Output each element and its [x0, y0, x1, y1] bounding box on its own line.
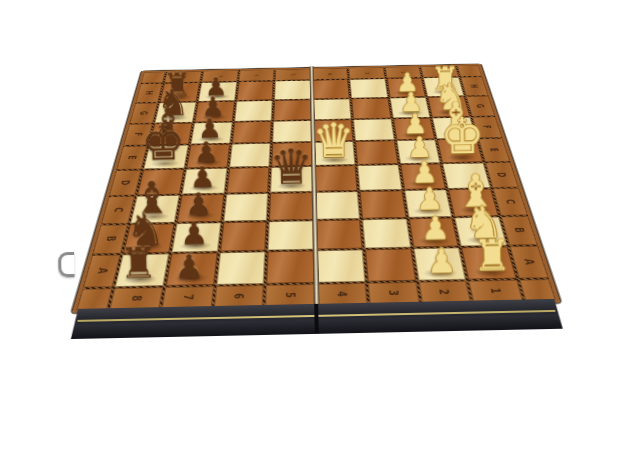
- square-a2: ♟: [413, 248, 466, 281]
- file-label-B: B: [512, 228, 526, 234]
- file-label-B: B: [104, 236, 118, 242]
- rank-label-1: 1: [488, 288, 503, 294]
- file-label-D: D: [119, 180, 132, 185]
- square-c3: [359, 191, 405, 219]
- file-label-A: A: [95, 268, 109, 274]
- square-f6: [232, 121, 272, 143]
- square-e8: ♚: [143, 145, 188, 169]
- rank-label-4: 4: [326, 73, 333, 75]
- board-border-cell: 8: [109, 287, 162, 309]
- square-e1: ♚: [437, 139, 483, 163]
- board-border-cell: 4: [312, 68, 347, 79]
- square-g6: [234, 100, 273, 120]
- board-border-cell: 2: [418, 281, 471, 303]
- rank-label-5: 5: [284, 292, 297, 298]
- square-h4: [312, 80, 349, 99]
- board-border-cell: 3: [348, 67, 384, 78]
- black-pawn-b7: ♟: [180, 219, 209, 251]
- white-pawn-a2: ♟: [426, 245, 456, 279]
- board-border-cell: [457, 65, 482, 76]
- board-border-cell: 5: [275, 69, 310, 80]
- file-label-E: E: [126, 156, 138, 160]
- white-queen-e4: ♛: [313, 116, 356, 164]
- file-label-H: H: [469, 84, 480, 88]
- chess-board: 87654321H♜♟♟♜HG♞♟♟♞GF♝♟♟♝FE♚♟♛♟♚ED♟♛♟DC♝…: [72, 64, 560, 313]
- board-border-cell: 7: [161, 286, 213, 308]
- square-a8: ♜: [115, 254, 169, 287]
- square-g3: [351, 98, 391, 118]
- rank-label-7: 7: [181, 294, 195, 300]
- file-label-C: C: [112, 207, 125, 212]
- square-b6: [220, 221, 267, 251]
- board-border-cell: 6: [213, 285, 264, 307]
- black-king-e8: ♚: [141, 118, 186, 168]
- file-label-D: D: [495, 172, 508, 177]
- rank-label-3: 3: [386, 290, 400, 296]
- board-border-cell: [77, 288, 113, 310]
- square-h3: [349, 79, 387, 98]
- board-border-cell: 6: [238, 70, 274, 81]
- board-border-cell: 1: [469, 280, 523, 302]
- front-edge-split: [314, 304, 319, 334]
- file-label-E: E: [488, 148, 500, 152]
- square-b4: [316, 219, 363, 249]
- rank-label-5: 5: [290, 73, 297, 75]
- white-rook-a1: ♜: [472, 234, 511, 277]
- file-label-A: A: [521, 259, 536, 265]
- rank-label-6: 6: [232, 293, 246, 299]
- square-g5: [274, 100, 312, 120]
- rank-label-3: 3: [363, 72, 370, 74]
- file-label-C: C: [503, 199, 516, 204]
- board-border-cell: 4: [317, 283, 367, 305]
- square-c4: [315, 191, 360, 219]
- rank-label-2: 2: [437, 289, 451, 295]
- rank-label-6: 6: [253, 74, 260, 76]
- square-h5: [275, 80, 311, 99]
- black-queen-d5: ♛: [269, 141, 314, 191]
- square-d3: [357, 165, 402, 190]
- hinge-clasp-icon: [58, 252, 75, 277]
- black-pawn-a7: ♟: [174, 250, 204, 284]
- square-a5: [266, 251, 314, 284]
- square-c5: [269, 192, 313, 220]
- square-a7: ♟: [165, 253, 217, 286]
- square-a1: ♜: [461, 247, 516, 279]
- square-a3: [365, 249, 416, 282]
- square-b3: [362, 218, 411, 248]
- rank-label-8: 8: [129, 295, 143, 301]
- square-h6: [236, 81, 273, 100]
- board-border-cell: 5: [265, 284, 315, 306]
- chess-set-photo: 87654321H♜♟♟♜HG♞♟♟♞GF♝♟♟♝FE♚♟♛♟♚ED♟♛♟DC♝…: [0, 0, 620, 465]
- photo-tilt: 87654321H♜♟♟♜HG♞♟♟♞GF♝♟♟♝FE♚♟♛♟♚ED♟♛♟DC♝…: [0, 0, 620, 465]
- file-label-H: H: [144, 91, 155, 95]
- board-border-cell: [519, 279, 555, 300]
- square-e6: [229, 143, 271, 167]
- perspective-scene: 87654321H♜♟♟♜HG♞♟♟♞GF♝♟♟♝FE♚♟♛♟♚ED♟♛♟DC♝…: [0, 0, 620, 465]
- square-b5: [268, 220, 314, 250]
- square-f3: [353, 119, 394, 141]
- white-king-e1: ♚: [440, 112, 485, 162]
- square-d4: [314, 166, 357, 191]
- black-rook-a8: ♜: [119, 242, 158, 285]
- square-e4: ♛: [314, 142, 355, 166]
- square-c6: [223, 193, 268, 221]
- square-e3: [355, 141, 398, 165]
- square-a6: [216, 252, 266, 285]
- board-border-cell: 3: [368, 282, 419, 304]
- square-d5: ♛: [270, 167, 312, 192]
- rank-label-4: 4: [335, 291, 349, 297]
- board-border-cell: A: [510, 246, 549, 278]
- square-a4: [316, 250, 365, 283]
- square-d6: [226, 167, 270, 193]
